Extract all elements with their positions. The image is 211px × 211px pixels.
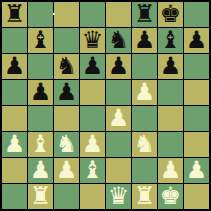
- square-h4[interactable]: [184, 106, 209, 131]
- square-g4[interactable]: [158, 106, 183, 131]
- black-bishop[interactable]: ♝: [160, 28, 182, 53]
- black-pawn[interactable]: ♟: [134, 28, 156, 53]
- black-pawn[interactable]: ♟: [160, 54, 182, 79]
- black-queen[interactable]: ♛: [82, 28, 104, 53]
- white-queen[interactable]: ♛: [108, 184, 130, 209]
- square-h8[interactable]: [184, 2, 209, 27]
- black-pawn[interactable]: ♟: [186, 28, 208, 53]
- square-b4[interactable]: [28, 106, 53, 131]
- square-c6[interactable]: ♞: [54, 54, 79, 79]
- square-c4[interactable]: [54, 106, 79, 131]
- square-c3[interactable]: ♞: [54, 132, 79, 157]
- square-d4[interactable]: [80, 106, 105, 131]
- square-a6[interactable]: ♟: [2, 54, 27, 79]
- white-bishop[interactable]: ♝: [82, 158, 104, 183]
- square-f7[interactable]: ♟: [132, 28, 157, 53]
- square-d3[interactable]: ♟: [80, 132, 105, 157]
- square-a3[interactable]: ♟: [2, 132, 27, 157]
- white-pawn[interactable]: ♟: [160, 158, 182, 183]
- square-b3[interactable]: ♝: [28, 132, 53, 157]
- white-rook[interactable]: ♜: [134, 184, 156, 209]
- stray-pixel: [53, 13, 55, 15]
- square-b5[interactable]: ♟: [28, 80, 53, 105]
- square-h6[interactable]: [184, 54, 209, 79]
- square-d8[interactable]: [80, 2, 105, 27]
- square-a5[interactable]: [2, 80, 27, 105]
- square-a7[interactable]: [2, 28, 27, 53]
- white-pawn[interactable]: ♟: [4, 132, 26, 157]
- square-e4[interactable]: ♟: [106, 106, 131, 131]
- black-bishop[interactable]: ♝: [30, 28, 52, 53]
- white-pawn[interactable]: ♟: [134, 80, 156, 105]
- black-rook[interactable]: ♜: [4, 2, 26, 27]
- square-a1[interactable]: [2, 184, 27, 209]
- white-knight[interactable]: ♞: [134, 132, 156, 157]
- square-c8[interactable]: [54, 2, 79, 27]
- square-b7[interactable]: ♝: [28, 28, 53, 53]
- square-a4[interactable]: [2, 106, 27, 131]
- square-a2[interactable]: [2, 158, 27, 183]
- square-e5[interactable]: [106, 80, 131, 105]
- square-d6[interactable]: ♟: [80, 54, 105, 79]
- square-b6[interactable]: [28, 54, 53, 79]
- square-g5[interactable]: [158, 80, 183, 105]
- square-h5[interactable]: [184, 80, 209, 105]
- white-knight[interactable]: ♞: [56, 132, 78, 157]
- square-f8[interactable]: ♜: [132, 2, 157, 27]
- white-king[interactable]: ♚: [160, 184, 182, 209]
- square-g1[interactable]: ♚: [158, 184, 183, 209]
- square-d1[interactable]: [80, 184, 105, 209]
- square-e2[interactable]: [106, 158, 131, 183]
- black-rook[interactable]: ♜: [134, 2, 156, 27]
- square-c5[interactable]: ♟: [54, 80, 79, 105]
- square-h7[interactable]: ♟: [184, 28, 209, 53]
- square-e7[interactable]: ♞: [106, 28, 131, 53]
- white-rook[interactable]: ♜: [30, 184, 52, 209]
- square-e1[interactable]: ♛: [106, 184, 131, 209]
- square-f2[interactable]: [132, 158, 157, 183]
- square-b2[interactable]: ♟: [28, 158, 53, 183]
- square-c2[interactable]: ♟: [54, 158, 79, 183]
- square-e6[interactable]: ♟: [106, 54, 131, 79]
- square-d5[interactable]: [80, 80, 105, 105]
- square-f5[interactable]: ♟: [132, 80, 157, 105]
- white-pawn[interactable]: ♟: [108, 106, 130, 131]
- black-pawn[interactable]: ♟: [108, 54, 130, 79]
- square-h3[interactable]: [184, 132, 209, 157]
- black-pawn[interactable]: ♟: [56, 80, 78, 105]
- square-c7[interactable]: [54, 28, 79, 53]
- black-knight[interactable]: ♞: [108, 28, 130, 53]
- square-f4[interactable]: [132, 106, 157, 131]
- square-c1[interactable]: [54, 184, 79, 209]
- white-pawn[interactable]: ♟: [30, 158, 52, 183]
- square-d7[interactable]: ♛: [80, 28, 105, 53]
- square-g6[interactable]: ♟: [158, 54, 183, 79]
- square-g8[interactable]: ♚: [158, 2, 183, 27]
- square-a8[interactable]: ♜: [2, 2, 27, 27]
- square-e8[interactable]: [106, 2, 131, 27]
- square-h2[interactable]: ♟: [184, 158, 209, 183]
- chess-board: ♜♜♚♝♛♞♟♝♟♟♞♟♟♟♟♟♟♟♟♝♞♟♞♟♟♝♟♟♜♛♜♚: [0, 0, 211, 211]
- square-f6[interactable]: [132, 54, 157, 79]
- white-pawn[interactable]: ♟: [82, 132, 104, 157]
- black-pawn[interactable]: ♟: [30, 80, 52, 105]
- square-g7[interactable]: ♝: [158, 28, 183, 53]
- square-b8[interactable]: [28, 2, 53, 27]
- white-bishop[interactable]: ♝: [30, 132, 52, 157]
- square-e3[interactable]: [106, 132, 131, 157]
- square-h1[interactable]: [184, 184, 209, 209]
- white-pawn[interactable]: ♟: [186, 158, 208, 183]
- square-d2[interactable]: ♝: [80, 158, 105, 183]
- square-f1[interactable]: ♜: [132, 184, 157, 209]
- black-knight[interactable]: ♞: [56, 54, 78, 79]
- black-pawn[interactable]: ♟: [82, 54, 104, 79]
- square-g3[interactable]: [158, 132, 183, 157]
- white-pawn[interactable]: ♟: [56, 158, 78, 183]
- square-b1[interactable]: ♜: [28, 184, 53, 209]
- square-f3[interactable]: ♞: [132, 132, 157, 157]
- black-pawn[interactable]: ♟: [4, 54, 26, 79]
- square-g2[interactable]: ♟: [158, 158, 183, 183]
- black-king[interactable]: ♚: [160, 2, 182, 27]
